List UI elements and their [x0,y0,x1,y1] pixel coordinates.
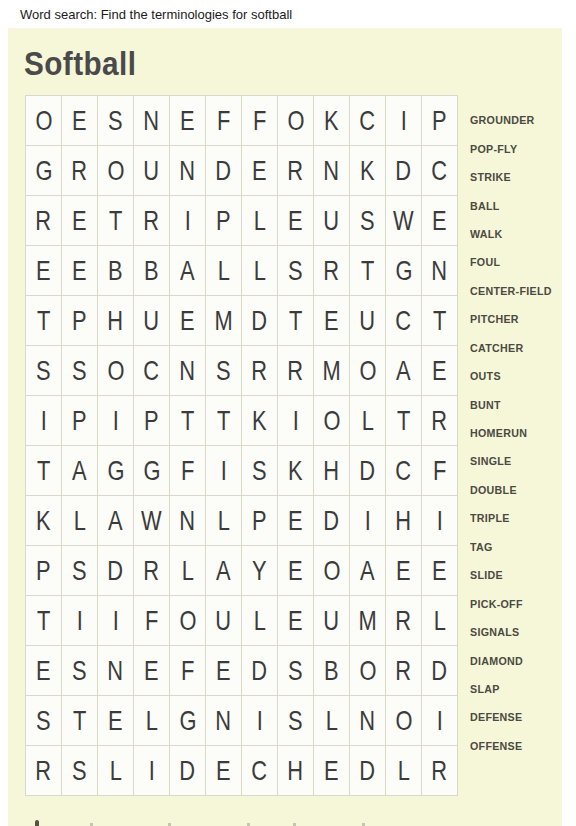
cell-r12c11[interactable]: R [386,646,422,696]
cell-r7c12[interactable]: R [422,396,458,446]
cell-r8c3[interactable]: G [98,446,134,496]
cell-letter: L [145,707,157,735]
cell-letter: H [288,757,304,785]
word-list-item: DOUBLE [470,476,559,504]
cell-letter: H [108,307,124,335]
cell-r3c2[interactable]: E [62,196,98,246]
cell-r3c1[interactable]: R [26,196,62,246]
cell-r10c8[interactable]: E [278,546,314,596]
cell-letter: Y [252,557,267,585]
cell-letter: B [108,257,123,285]
cell-letter: R [252,357,268,385]
cell-letter: S [72,357,87,385]
cell-r7c7[interactable]: K [242,396,278,446]
cell-letter: L [181,557,193,585]
cell-r12c2[interactable]: S [62,646,98,696]
cell-letter: T [109,207,122,235]
word-list-item: POP-FLY [470,134,559,162]
cell-r5c2[interactable]: P [62,296,98,346]
cell-r3c9[interactable]: U [314,196,350,246]
cell-r3c8[interactable]: E [278,196,314,246]
cell-r11c5[interactable]: O [170,596,206,646]
cell-r5c3[interactable]: H [98,296,134,346]
word-list-item: CATCHER [470,334,559,362]
cell-letter: S [36,707,51,735]
cell-letter: F [217,107,230,135]
cell-r6c11[interactable]: A [386,346,422,396]
cell-letter: K [324,107,339,135]
word-list-item: TAG [470,533,559,561]
word-list-item: SLIDE [470,561,559,589]
cell-letter: G [395,257,412,285]
cell-r7c8[interactable]: I [278,396,314,446]
cell-r2c3[interactable]: O [98,146,134,196]
cell-letter: M [214,307,232,335]
cell-letter: C [144,357,160,385]
cell-r10c2[interactable]: S [62,546,98,596]
cell-r9c3[interactable]: A [98,496,134,546]
cell-letter: I [436,707,442,735]
page-title: Word search: Find the terminologies for … [20,7,292,22]
word-list-item: TRIPLE [470,504,559,532]
cell-r1c4[interactable]: N [134,96,170,146]
cell-r13c2[interactable]: T [62,696,98,746]
cell-letter: L [253,607,265,635]
cell-r8c4[interactable]: G [134,446,170,496]
cell-letter: E [216,757,231,785]
cell-letter: T [397,407,410,435]
cell-r4c6[interactable]: L [206,246,242,296]
cell-r4c3[interactable]: B [98,246,134,296]
cell-r13c5[interactable]: G [170,696,206,746]
puzzle-card: Softball OESNEFFOKCIPGROUNDERNKDCRETRIPL… [8,28,562,826]
cell-r3c4[interactable]: R [134,196,170,246]
cell-letter: K [36,507,51,535]
cell-r8c10[interactable]: D [350,446,386,496]
cell-r2c10[interactable]: K [350,146,386,196]
cell-r6c12[interactable]: E [422,346,458,396]
cell-letter: T [37,607,50,635]
cell-letter: F [433,457,446,485]
cell-r5c4[interactable]: U [134,296,170,346]
cell-r2c8[interactable]: R [278,146,314,196]
cell-r11c1[interactable]: T [26,596,62,646]
cell-r10c11[interactable]: E [386,546,422,596]
word-list-item: PITCHER [470,305,559,333]
cell-letter: E [72,107,87,135]
cell-r11c9[interactable]: U [314,596,350,646]
cell-letter: E [144,657,159,685]
word-list-item: DIAMOND [470,646,559,674]
cell-r2c4[interactable]: U [134,146,170,196]
cell-letter: B [144,257,159,285]
cell-letter: S [216,357,231,385]
cell-letter: I [292,407,298,435]
cell-letter: N [324,157,340,185]
cell-r5c6[interactable]: M [206,296,242,346]
cell-r5c10[interactable]: U [350,296,386,346]
cell-r14c8[interactable]: H [278,746,314,796]
cell-r13c8[interactable]: S [278,696,314,746]
cell-letter: M [322,357,340,385]
cell-r14c10[interactable]: D [350,746,386,796]
cell-r9c1[interactable]: K [26,496,62,546]
cell-letter: L [217,257,229,285]
cell-r14c7[interactable]: C [242,746,278,796]
cell-letter: R [288,157,304,185]
word-list-item: HOMERUN [470,419,559,447]
cell-r13c12[interactable]: I [422,696,458,746]
cell-r6c3[interactable]: O [98,346,134,396]
cell-letter: G [35,157,52,185]
cell-r1c10[interactable]: C [350,96,386,146]
cell-letter: I [220,457,226,485]
cell-r4c12[interactable]: N [422,246,458,296]
cell-r1c12[interactable]: P [422,96,458,146]
cell-r3c5[interactable]: I [170,196,206,246]
cell-r5c8[interactable]: T [278,296,314,346]
cell-r8c9[interactable]: H [314,446,350,496]
cell-letter: O [323,407,340,435]
cell-r8c8[interactable]: K [278,446,314,496]
cell-r4c11[interactable]: G [386,246,422,296]
cell-letter: D [432,657,448,685]
cell-r11c10[interactable]: M [350,596,386,646]
cell-r10c1[interactable]: P [26,546,62,596]
cell-r9c12[interactable]: I [422,496,458,546]
cell-letter: K [252,407,267,435]
cell-r12c8[interactable]: S [278,646,314,696]
cell-letter: D [360,457,376,485]
cell-letter: N [216,707,232,735]
cell-letter: I [112,607,118,635]
cell-r4c8[interactable]: S [278,246,314,296]
cell-letter: H [324,457,340,485]
cell-letter: U [144,307,160,335]
cell-letter: P [216,207,231,235]
cell-r9c5[interactable]: N [170,496,206,546]
cell-r2c7[interactable]: E [242,146,278,196]
cell-letter: A [180,257,195,285]
cell-r13c10[interactable]: N [350,696,386,746]
cell-r9c6[interactable]: L [206,496,242,546]
cell-letter: I [148,757,154,785]
cell-letter: D [360,757,376,785]
cell-r14c5[interactable]: D [170,746,206,796]
cell-letter: O [359,357,376,385]
cell-r8c2[interactable]: A [62,446,98,496]
cell-letter: O [107,157,124,185]
cell-r11c12[interactable]: L [422,596,458,646]
cell-letter: C [396,307,412,335]
cell-r14c4[interactable]: I [134,746,170,796]
cell-letter: E [432,207,447,235]
cell-r2c6[interactable]: D [206,146,242,196]
cell-letter: E [36,257,51,285]
cell-r1c1[interactable]: O [26,96,62,146]
cell-letter: N [360,707,376,735]
cell-r11c7[interactable]: L [242,596,278,646]
cell-r7c3[interactable]: I [98,396,134,446]
cell-r1c6[interactable]: F [206,96,242,146]
cell-r12c9[interactable]: B [314,646,350,696]
cell-letter: E [396,557,411,585]
cell-letter: R [36,757,52,785]
cell-r9c2[interactable]: L [62,496,98,546]
cell-letter: R [72,157,88,185]
cell-r7c9[interactable]: O [314,396,350,446]
cell-r7c5[interactable]: T [170,396,206,446]
cell-r6c10[interactable]: O [350,346,386,396]
cell-letter: E [72,207,87,235]
cell-r4c4[interactable]: B [134,246,170,296]
cell-letter: N [180,507,196,535]
cell-r14c12[interactable]: R [422,746,458,796]
cell-r4c5[interactable]: A [170,246,206,296]
cell-r3c3[interactable]: T [98,196,134,246]
cell-letter: U [324,207,340,235]
cell-r5c12[interactable]: T [422,296,458,346]
cell-r6c2[interactable]: S [62,346,98,396]
cell-r4c10[interactable]: T [350,246,386,296]
cell-letter: I [40,407,46,435]
cell-letter: O [35,107,52,135]
cell-letter: E [432,557,447,585]
cell-r13c7[interactable]: I [242,696,278,746]
cell-r2c2[interactable]: R [62,146,98,196]
cell-r10c12[interactable]: E [422,546,458,596]
cell-letter: E [288,557,303,585]
cell-letter: I [112,407,118,435]
cell-r8c12[interactable]: F [422,446,458,496]
cell-r2c11[interactable]: D [386,146,422,196]
cell-r2c9[interactable]: N [314,146,350,196]
cell-letter: S [288,707,303,735]
cell-r13c11[interactable]: O [386,696,422,746]
cell-letter: E [432,357,447,385]
cell-r14c9[interactable]: E [314,746,350,796]
cell-r1c2[interactable]: E [62,96,98,146]
cell-letter: L [433,607,445,635]
cell-r6c1[interactable]: S [26,346,62,396]
cell-r6c6[interactable]: S [206,346,242,396]
cell-letter: D [180,757,196,785]
cell-r10c7[interactable]: Y [242,546,278,596]
word-list-item: SLAP [470,675,559,703]
cell-letter: U [216,607,232,635]
cell-letter: I [400,107,406,135]
cell-r11c11[interactable]: R [386,596,422,646]
cell-letter: E [216,657,231,685]
cutoff-content [8,816,562,826]
cell-r12c1[interactable]: E [26,646,62,696]
cell-r14c11[interactable]: L [386,746,422,796]
cell-letter: I [364,507,370,535]
cell-r11c6[interactable]: U [206,596,242,646]
cell-r1c9[interactable]: K [314,96,350,146]
cell-letter: E [180,107,195,135]
cell-letter: U [144,157,160,185]
cell-r11c4[interactable]: F [134,596,170,646]
cell-letter: R [144,557,160,585]
cell-r1c5[interactable]: E [170,96,206,146]
cell-r7c6[interactable]: T [206,396,242,446]
cell-r11c8[interactable]: E [278,596,314,646]
cell-letter: W [393,207,414,235]
cell-letter: L [253,257,265,285]
cell-letter: S [360,207,375,235]
cell-letter: R [396,657,412,685]
cell-r10c10[interactable]: A [350,546,386,596]
cell-r7c10[interactable]: L [350,396,386,446]
cell-r7c1[interactable]: I [26,396,62,446]
cell-letter: U [360,307,376,335]
cell-letter: E [288,207,303,235]
cell-letter: F [253,107,266,135]
cell-letter: L [217,507,229,535]
cell-r1c7[interactable]: F [242,96,278,146]
cell-letter: C [396,457,412,485]
cell-letter: K [288,457,303,485]
cell-r13c6[interactable]: N [206,696,242,746]
cell-letter: F [181,657,194,685]
cell-r10c6[interactable]: A [206,546,242,596]
cell-r5c5[interactable]: E [170,296,206,346]
cell-r14c3[interactable]: L [98,746,134,796]
cell-letter: K [360,157,375,185]
cell-r4c7[interactable]: L [242,246,278,296]
cell-letter: D [252,307,268,335]
cell-r14c2[interactable]: S [62,746,98,796]
cell-letter: L [73,507,85,535]
word-list-item: CENTER-FIELD [470,277,559,305]
cell-r7c11[interactable]: T [386,396,422,446]
cell-r4c9[interactable]: R [314,246,350,296]
cell-r4c1[interactable]: E [26,246,62,296]
cell-letter: R [288,357,304,385]
cell-letter: R [144,207,160,235]
cell-r14c6[interactable]: E [206,746,242,796]
cell-r12c3[interactable]: N [98,646,134,696]
cell-letter: R [432,407,448,435]
cell-r8c6[interactable]: I [206,446,242,496]
cell-r10c5[interactable]: L [170,546,206,596]
cell-letter: S [108,107,123,135]
cell-r4c2[interactable]: E [62,246,98,296]
cell-letter: S [288,657,303,685]
cell-r13c9[interactable]: L [314,696,350,746]
cell-r10c9[interactable]: O [314,546,350,596]
cell-r3c12[interactable]: E [422,196,458,246]
cell-r12c4[interactable]: E [134,646,170,696]
cell-letter: G [107,457,124,485]
cell-r3c7[interactable]: L [242,196,278,246]
cell-letter: N [108,657,124,685]
cell-r8c7[interactable]: S [242,446,278,496]
cell-letter: L [397,757,409,785]
cell-r11c3[interactable]: I [98,596,134,646]
word-list-item: WALK [470,220,559,248]
cell-letter: O [323,557,340,585]
cell-r6c9[interactable]: M [314,346,350,396]
cell-r13c1[interactable]: S [26,696,62,746]
cell-r6c8[interactable]: R [278,346,314,396]
cell-r5c7[interactable]: D [242,296,278,346]
cell-r5c1[interactable]: T [26,296,62,346]
cell-letter: C [432,157,448,185]
cell-letter: S [252,457,267,485]
cell-r9c9[interactable]: D [314,496,350,546]
cell-r1c3[interactable]: S [98,96,134,146]
cell-r8c1[interactable]: T [26,446,62,496]
cell-r8c11[interactable]: C [386,446,422,496]
puzzle-title: Softball [24,45,137,83]
cell-letter: E [108,707,123,735]
cell-r1c11[interactable]: I [386,96,422,146]
cell-r2c5[interactable]: N [170,146,206,196]
cell-r3c10[interactable]: S [350,196,386,246]
cell-letter: I [436,507,442,535]
cell-letter: L [253,207,265,235]
cell-r3c6[interactable]: P [206,196,242,246]
cell-letter: T [37,457,50,485]
cell-r9c8[interactable]: E [278,496,314,546]
cell-r9c11[interactable]: H [386,496,422,546]
cell-r12c6[interactable]: E [206,646,242,696]
cell-r6c7[interactable]: R [242,346,278,396]
cell-r9c10[interactable]: I [350,496,386,546]
cell-r12c7[interactable]: D [242,646,278,696]
cell-r13c4[interactable]: L [134,696,170,746]
cell-r3c11[interactable]: W [386,196,422,246]
cell-r2c12[interactable]: C [422,146,458,196]
cell-r5c9[interactable]: E [314,296,350,346]
cell-r6c5[interactable]: N [170,346,206,396]
cell-r7c4[interactable]: P [134,396,170,446]
cell-r5c11[interactable]: C [386,296,422,346]
cell-letter: F [181,457,194,485]
cell-r12c5[interactable]: F [170,646,206,696]
cell-letter: W [141,507,162,535]
cell-r7c2[interactable]: P [62,396,98,446]
cell-r2c1[interactable]: G [26,146,62,196]
cell-r12c10[interactable]: O [350,646,386,696]
cell-letter: S [72,657,87,685]
cell-r14c1[interactable]: R [26,746,62,796]
cell-letter: I [184,207,190,235]
cell-r8c5[interactable]: F [170,446,206,496]
cell-letter: E [252,157,267,185]
cell-r12c12[interactable]: D [422,646,458,696]
cell-letter: G [179,707,196,735]
cell-letter: P [36,557,51,585]
cell-letter: A [108,507,123,535]
cell-r9c7[interactable]: P [242,496,278,546]
cell-letter: T [73,707,86,735]
word-list-item: PICK-OFF [470,589,559,617]
cell-letter: O [179,607,196,635]
cell-r13c3[interactable]: E [98,696,134,746]
cell-letter: S [288,257,303,285]
cell-r1c8[interactable]: O [278,96,314,146]
cell-letter: O [107,357,124,385]
cell-r10c4[interactable]: R [134,546,170,596]
cell-letter: S [36,357,51,385]
cell-r10c3[interactable]: D [98,546,134,596]
cell-r9c4[interactable]: W [134,496,170,546]
cell-r6c4[interactable]: C [134,346,170,396]
cell-r11c2[interactable]: I [62,596,98,646]
